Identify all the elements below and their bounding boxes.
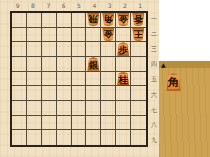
board-cell-2三[interactable]: 歩 xyxy=(116,42,131,57)
board-cell-4五[interactable] xyxy=(86,72,101,87)
board-cell-9七[interactable] xyxy=(12,101,27,116)
board-cell-4四[interactable]: 銀 xyxy=(86,57,101,72)
board-cell-7七[interactable] xyxy=(42,101,57,116)
board-cell-6一[interactable] xyxy=(57,13,72,28)
board-cell-1二[interactable]: 王 xyxy=(131,28,146,43)
piece-kanji: 金 xyxy=(118,15,128,25)
sente-knight-piece[interactable]: 桂 xyxy=(117,72,130,86)
board-cell-8六[interactable] xyxy=(27,86,42,101)
board-cell-9二[interactable] xyxy=(12,28,27,43)
board-cell-6九[interactable] xyxy=(57,130,72,145)
board-cell-5五[interactable] xyxy=(72,72,87,87)
board-cell-3八[interactable] xyxy=(101,116,116,131)
board-cell-3一[interactable]: 角 xyxy=(101,13,116,28)
board-cell-6六[interactable] xyxy=(57,86,72,101)
gote-king-piece[interactable]: 王 xyxy=(132,28,145,42)
board-cell-1三[interactable] xyxy=(131,42,146,57)
file-label-3: 3 xyxy=(102,2,117,10)
board-cell-8一[interactable] xyxy=(27,13,42,28)
board-cell-8四[interactable] xyxy=(27,57,42,72)
file-label-8: 8 xyxy=(25,2,40,10)
gote-rook-piece[interactable]: 飛 xyxy=(87,13,100,27)
board-cell-9四[interactable] xyxy=(12,57,27,72)
board-cell-1四[interactable] xyxy=(131,57,146,72)
piece-kanji: 角 xyxy=(104,15,114,25)
file-label-4: 4 xyxy=(87,2,102,10)
board-panel: 飛角金香金王歩銀桂 987654321 一二三四五六七八九 xyxy=(0,0,159,157)
file-label-7: 7 xyxy=(41,2,56,10)
board-cell-5二[interactable] xyxy=(72,28,87,43)
sente-pawn-piece[interactable]: 歩 xyxy=(117,42,130,56)
rank-label-2: 二 xyxy=(149,30,159,38)
board-cell-2五[interactable]: 桂 xyxy=(116,72,131,87)
board-cell-7五[interactable] xyxy=(42,72,57,87)
board-cell-6七[interactable] xyxy=(57,101,72,116)
board-cell-8三[interactable] xyxy=(27,42,42,57)
board-cell-5八[interactable] xyxy=(72,116,87,131)
board-cell-3七[interactable] xyxy=(101,101,116,116)
board-cell-7二[interactable] xyxy=(42,28,57,43)
board-cell-4七[interactable] xyxy=(86,101,101,116)
board-cell-6四[interactable] xyxy=(57,57,72,72)
file-label-1: 1 xyxy=(133,2,148,10)
board-cell-9八[interactable] xyxy=(12,116,27,131)
board-cell-3二[interactable]: 金 xyxy=(101,28,116,43)
board-cell-2四[interactable] xyxy=(116,57,131,72)
board-cell-1七[interactable] xyxy=(131,101,146,116)
piece-kanji: 桂 xyxy=(118,74,128,84)
board-cell-5一[interactable] xyxy=(72,13,87,28)
board-cell-9三[interactable] xyxy=(12,42,27,57)
board-cell-7一[interactable] xyxy=(42,13,57,28)
board-cell-3三[interactable] xyxy=(101,42,116,57)
board-cell-7三[interactable] xyxy=(42,42,57,57)
board-cell-2一[interactable]: 金 xyxy=(116,13,131,28)
board-cell-5七[interactable] xyxy=(72,101,87,116)
shogi-diagram: 飛角金香金王歩銀桂 987654321 一二三四五六七八九 ▲ 角 xyxy=(0,0,210,157)
board-cell-4八[interactable] xyxy=(86,116,101,131)
komadai-header: ▲ xyxy=(159,61,210,68)
hand-piece-bishop[interactable]: 角 xyxy=(166,73,181,91)
file-label-2: 2 xyxy=(117,2,132,10)
board-cell-2二[interactable] xyxy=(116,28,131,43)
board-cell-8九[interactable] xyxy=(27,130,42,145)
board-cell-3六[interactable] xyxy=(101,86,116,101)
board-cell-4九[interactable] xyxy=(86,130,101,145)
file-label-5: 5 xyxy=(71,2,86,10)
rank-label-8: 八 xyxy=(149,121,159,129)
file-label-6: 6 xyxy=(56,2,71,10)
piece-kanji: 飛 xyxy=(89,15,99,25)
gote-lance-piece[interactable]: 香 xyxy=(132,13,145,27)
piece-kanji: 香 xyxy=(134,15,144,25)
piece-kanji: 銀 xyxy=(89,60,99,70)
board-cell-4三[interactable] xyxy=(86,42,101,57)
board-cell-6五[interactable] xyxy=(57,72,72,87)
board-cell-7六[interactable] xyxy=(42,86,57,101)
board-cell-2六[interactable] xyxy=(116,86,131,101)
gote-gold-piece[interactable]: 金 xyxy=(117,13,130,27)
board-cell-4一[interactable]: 飛 xyxy=(86,13,101,28)
board-cell-5三[interactable] xyxy=(72,42,87,57)
board-cell-8七[interactable] xyxy=(27,101,42,116)
rank-label-5: 五 xyxy=(149,75,159,83)
rank-label-6: 六 xyxy=(149,91,159,99)
board-cell-4六[interactable] xyxy=(86,86,101,101)
board-cell-1六[interactable] xyxy=(131,86,146,101)
board-cell-1八[interactable] xyxy=(131,116,146,131)
sente-to-move-indicator: ▲ xyxy=(161,61,166,68)
board-cell-7四[interactable] xyxy=(42,57,57,72)
board-cell-1九[interactable] xyxy=(131,130,146,145)
piece-kanji: 角 xyxy=(168,77,180,89)
rank-label-4: 四 xyxy=(149,60,159,68)
board-cell-3九[interactable] xyxy=(101,130,116,145)
board-cell-9五[interactable] xyxy=(12,72,27,87)
rank-label-1: 一 xyxy=(149,15,159,23)
board-cell-5六[interactable] xyxy=(72,86,87,101)
board-cell-2八[interactable] xyxy=(116,116,131,131)
board-cell-3五[interactable] xyxy=(101,72,116,87)
piece-kanji: 歩 xyxy=(118,45,128,55)
board-cell-2七[interactable] xyxy=(116,101,131,116)
board-cell-8五[interactable] xyxy=(27,72,42,87)
board-cell-8八[interactable] xyxy=(27,116,42,131)
board-cell-6八[interactable] xyxy=(57,116,72,131)
piece-kanji: 王 xyxy=(134,29,144,39)
board-cell-3四[interactable] xyxy=(101,57,116,72)
board-cell-7九[interactable] xyxy=(42,130,57,145)
board-cell-9九[interactable] xyxy=(12,130,27,145)
board-cell-2九[interactable] xyxy=(116,130,131,145)
komadai-piece-stand: ▲ 角 xyxy=(159,61,210,157)
board-cell-7八[interactable] xyxy=(42,116,57,131)
piece-kanji: 金 xyxy=(104,29,114,39)
board-cell-5四[interactable] xyxy=(72,57,87,72)
board-cell-8二[interactable] xyxy=(27,28,42,43)
board-cell-1一[interactable]: 香 xyxy=(131,13,146,28)
shogi-board: 飛角金香金王歩銀桂 xyxy=(10,11,148,147)
board-cell-9一[interactable] xyxy=(12,13,27,28)
gote-bishop-piece[interactable]: 角 xyxy=(102,13,115,27)
board-cell-9六[interactable] xyxy=(12,86,27,101)
board-cell-4二[interactable] xyxy=(86,28,101,43)
rank-label-3: 三 xyxy=(149,45,159,53)
board-cell-5九[interactable] xyxy=(72,130,87,145)
board-cell-1五[interactable] xyxy=(131,72,146,87)
sente-silver-piece[interactable]: 銀 xyxy=(87,57,100,71)
gote-gold-piece[interactable]: 金 xyxy=(102,28,115,42)
board-cell-6三[interactable] xyxy=(57,42,72,57)
rank-label-9: 九 xyxy=(149,136,159,144)
rank-label-7: 七 xyxy=(149,106,159,114)
board-cell-6二[interactable] xyxy=(57,28,72,43)
file-label-9: 9 xyxy=(10,2,25,10)
